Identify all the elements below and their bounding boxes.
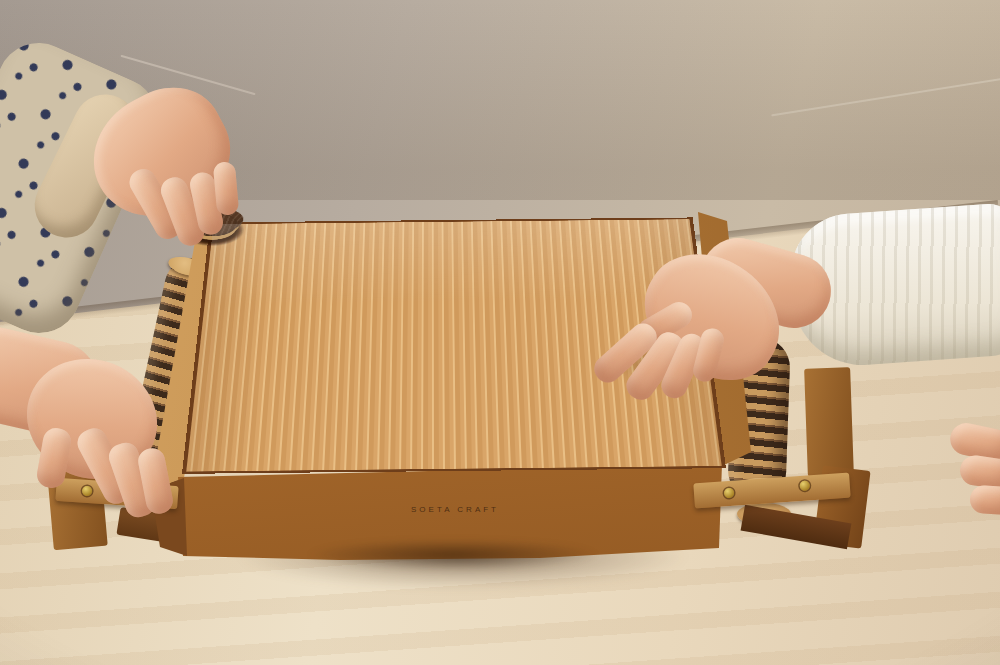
brass-screw-icon [724, 488, 735, 499]
brass-screw-icon [82, 486, 93, 497]
left-player-finger [213, 161, 240, 216]
photo-scene: SOETA CRAFT [0, 0, 1000, 665]
apron-arch-shadow [258, 534, 648, 576]
brand-label: SOETA CRAFT [380, 505, 530, 514]
right-frame-post [804, 367, 854, 477]
brass-screw-icon [799, 480, 810, 491]
